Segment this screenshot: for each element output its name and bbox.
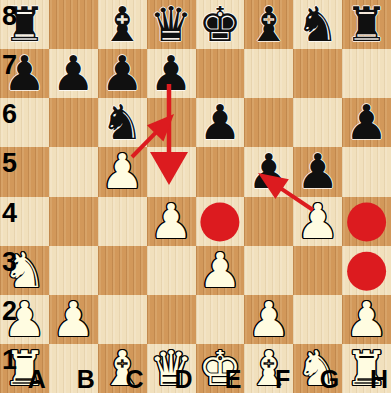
square-h1[interactable]: ♜H xyxy=(342,344,391,393)
square-a3[interactable]: ♞3 xyxy=(0,246,49,295)
square-c1[interactable]: ♝C xyxy=(98,344,147,393)
square-d6[interactable] xyxy=(147,98,196,147)
black-rook-h8[interactable]: ♜ xyxy=(345,0,388,49)
square-b1[interactable]: B xyxy=(49,344,98,393)
square-d3[interactable] xyxy=(147,246,196,295)
square-g6[interactable] xyxy=(293,98,342,147)
square-d5[interactable] xyxy=(147,147,196,196)
file-label-e: E xyxy=(225,367,242,392)
square-h5[interactable] xyxy=(342,147,391,196)
white-pawn-b2[interactable]: ♟ xyxy=(52,295,95,344)
square-e6[interactable]: ♟ xyxy=(196,98,245,147)
square-a4[interactable]: 4 xyxy=(0,197,49,246)
square-a7[interactable]: ♟7 xyxy=(0,49,49,98)
square-e5[interactable] xyxy=(196,147,245,196)
file-label-f: F xyxy=(275,367,290,392)
black-knight-c6[interactable]: ♞ xyxy=(101,98,144,147)
square-c3[interactable] xyxy=(98,246,147,295)
square-b2[interactable]: ♟ xyxy=(49,295,98,344)
square-e4[interactable] xyxy=(196,197,245,246)
square-h3[interactable] xyxy=(342,246,391,295)
square-g5[interactable]: ♟ xyxy=(293,147,342,196)
rank-label-4: 4 xyxy=(2,200,17,227)
rank-label-5: 5 xyxy=(2,150,17,177)
black-knight-g8[interactable]: ♞ xyxy=(296,0,339,49)
file-label-c: C xyxy=(126,367,144,392)
black-queen-d8[interactable]: ♛ xyxy=(150,0,193,49)
square-f3[interactable] xyxy=(244,246,293,295)
square-h6[interactable]: ♟ xyxy=(342,98,391,147)
square-a6[interactable]: 6 xyxy=(0,98,49,147)
square-f4[interactable] xyxy=(244,197,293,246)
square-c2[interactable] xyxy=(98,295,147,344)
square-c5[interactable]: ♟ xyxy=(98,147,147,196)
rank-label-3: 3 xyxy=(2,249,17,276)
rank-label-2: 2 xyxy=(2,298,17,325)
black-pawn-e6[interactable]: ♟ xyxy=(198,98,241,147)
square-b3[interactable] xyxy=(49,246,98,295)
square-g3[interactable] xyxy=(293,246,342,295)
square-f6[interactable] xyxy=(244,98,293,147)
white-pawn-h2[interactable]: ♟ xyxy=(345,295,388,344)
square-a2[interactable]: ♟2 xyxy=(0,295,49,344)
white-pawn-g4[interactable]: ♟ xyxy=(296,197,339,246)
square-c7[interactable]: ♟ xyxy=(98,49,147,98)
square-f5[interactable]: ♟ xyxy=(244,147,293,196)
square-f7[interactable] xyxy=(244,49,293,98)
black-bishop-c8[interactable]: ♝ xyxy=(101,0,144,49)
square-d2[interactable] xyxy=(147,295,196,344)
white-pawn-e3[interactable]: ♟ xyxy=(198,246,241,295)
rank-label-1: 1 xyxy=(2,347,17,374)
black-pawn-b7[interactable]: ♟ xyxy=(52,49,95,98)
black-pawn-f5[interactable]: ♟ xyxy=(247,147,290,196)
square-h7[interactable] xyxy=(342,49,391,98)
rank-label-8: 8 xyxy=(2,3,17,30)
black-bishop-f8[interactable]: ♝ xyxy=(247,0,290,49)
square-b6[interactable] xyxy=(49,98,98,147)
square-a1[interactable]: ♜1A xyxy=(0,344,49,393)
square-d8[interactable]: ♛ xyxy=(147,0,196,49)
square-d1[interactable]: ♛D xyxy=(147,344,196,393)
square-a5[interactable]: 5 xyxy=(0,147,49,196)
square-h2[interactable]: ♟ xyxy=(342,295,391,344)
square-e7[interactable] xyxy=(196,49,245,98)
file-label-g: G xyxy=(320,367,339,392)
square-f1[interactable]: ♝F xyxy=(244,344,293,393)
square-f2[interactable]: ♟ xyxy=(244,295,293,344)
black-pawn-h6[interactable]: ♟ xyxy=(345,98,388,147)
black-king-e8[interactable]: ♚ xyxy=(198,0,241,49)
square-c4[interactable] xyxy=(98,197,147,246)
square-c8[interactable]: ♝ xyxy=(98,0,147,49)
black-pawn-d7[interactable]: ♟ xyxy=(150,49,193,98)
white-pawn-d4[interactable]: ♟ xyxy=(150,197,193,246)
square-g7[interactable] xyxy=(293,49,342,98)
square-a8[interactable]: ♜8 xyxy=(0,0,49,49)
file-label-b: B xyxy=(77,367,95,392)
square-g8[interactable]: ♞ xyxy=(293,0,342,49)
white-pawn-c5[interactable]: ♟ xyxy=(101,147,144,196)
square-f8[interactable]: ♝ xyxy=(244,0,293,49)
square-b4[interactable] xyxy=(49,197,98,246)
file-label-h: H xyxy=(370,367,388,392)
square-h4[interactable] xyxy=(342,197,391,246)
rank-label-7: 7 xyxy=(2,52,17,79)
black-pawn-g5[interactable]: ♟ xyxy=(296,147,339,196)
square-b8[interactable] xyxy=(49,0,98,49)
square-g4[interactable]: ♟ xyxy=(293,197,342,246)
square-b7[interactable]: ♟ xyxy=(49,49,98,98)
square-d4[interactable]: ♟ xyxy=(147,197,196,246)
rank-label-6: 6 xyxy=(2,101,17,128)
square-e3[interactable]: ♟ xyxy=(196,246,245,295)
square-b5[interactable] xyxy=(49,147,98,196)
white-pawn-f2[interactable]: ♟ xyxy=(247,295,290,344)
black-pawn-c7[interactable]: ♟ xyxy=(101,49,144,98)
square-h8[interactable]: ♜ xyxy=(342,0,391,49)
file-label-d: D xyxy=(174,367,192,392)
square-g2[interactable] xyxy=(293,295,342,344)
square-g1[interactable]: ♞G xyxy=(293,344,342,393)
square-c6[interactable]: ♞ xyxy=(98,98,147,147)
file-label-a: A xyxy=(28,367,46,392)
square-d7[interactable]: ♟ xyxy=(147,49,196,98)
square-e1[interactable]: ♚E xyxy=(196,344,245,393)
square-e8[interactable]: ♚ xyxy=(196,0,245,49)
chess-board: ♜8♝♛♚♝♞♜♟7♟♟♟6♞♟♟5♟♟♟4♟♟♞3♟♟2♟♟♟♜1AB♝C♛D… xyxy=(0,0,391,393)
square-e2[interactable] xyxy=(196,295,245,344)
